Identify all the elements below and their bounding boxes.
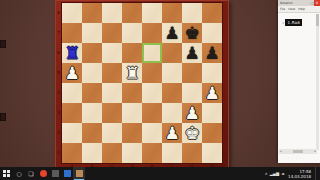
square-h2[interactable] bbox=[202, 123, 222, 143]
piece-black-king[interactable]: ♚ bbox=[182, 23, 202, 43]
square-a6[interactable]: ♜ bbox=[62, 43, 82, 63]
rank-label-3: 3 bbox=[55, 103, 62, 123]
square-b3[interactable] bbox=[82, 103, 102, 123]
tray-icon-1[interactable]: ▂▄▆ bbox=[270, 167, 279, 180]
square-c3[interactable] bbox=[102, 103, 122, 123]
rank-label-2: 2 bbox=[55, 123, 62, 143]
square-g2[interactable]: ♚ bbox=[182, 123, 202, 143]
app-dark-icon bbox=[52, 170, 59, 177]
square-g7[interactable]: ♚ bbox=[182, 23, 202, 43]
rank-label-8: 8 bbox=[55, 3, 62, 23]
piece-white-rook[interactable]: ♜ bbox=[122, 63, 142, 83]
taskbar: ○❏ ∧▂▄▆◄ 17:58 14.03.2018 bbox=[0, 167, 320, 180]
square-d3[interactable] bbox=[122, 103, 142, 123]
square-f2[interactable]: ♟ bbox=[162, 123, 182, 143]
current-move-badge[interactable]: 1.Ra6 bbox=[285, 19, 302, 26]
taskbar-app-task-view[interactable]: ❏ bbox=[25, 167, 37, 180]
task-view-icon: ❏ bbox=[28, 167, 33, 180]
square-h3[interactable] bbox=[202, 103, 222, 123]
square-a4[interactable] bbox=[62, 83, 82, 103]
square-b2[interactable] bbox=[82, 123, 102, 143]
taskbar-clock[interactable]: 17:58 14.03.2018 bbox=[286, 169, 313, 179]
square-g6[interactable]: ♟ bbox=[182, 43, 202, 63]
taskbar-app-app-blue[interactable] bbox=[61, 167, 73, 180]
taskbar-app-browser-red[interactable] bbox=[37, 167, 49, 180]
piece-black-pawn[interactable]: ♟ bbox=[162, 23, 182, 43]
square-d6[interactable] bbox=[122, 43, 142, 63]
piece-white-pawn[interactable]: ♟ bbox=[202, 83, 222, 103]
taskbar-app-chess-app[interactable] bbox=[73, 167, 85, 180]
rank-label-4: 4 bbox=[55, 83, 62, 103]
rank-label-1: 1 bbox=[55, 143, 62, 163]
browser-red-icon bbox=[40, 170, 47, 177]
chess-app-icon bbox=[76, 170, 83, 177]
menu-item-help[interactable]: Help bbox=[298, 7, 305, 11]
scroll-left-icon[interactable]: ◂ bbox=[279, 149, 283, 154]
square-d2[interactable] bbox=[122, 123, 142, 143]
square-c6[interactable] bbox=[102, 43, 122, 63]
system-tray: ∧▂▄▆◄ 17:58 14.03.2018 bbox=[265, 167, 320, 180]
square-d1[interactable] bbox=[122, 143, 142, 163]
square-b1[interactable] bbox=[82, 143, 102, 163]
square-e6[interactable] bbox=[142, 43, 162, 63]
square-e8[interactable] bbox=[142, 3, 162, 23]
show-desktop-button[interactable] bbox=[315, 167, 318, 180]
desktop-icon[interactable] bbox=[0, 40, 6, 48]
square-a2[interactable] bbox=[62, 123, 82, 143]
square-g3[interactable]: ♟ bbox=[182, 103, 202, 123]
square-b7[interactable] bbox=[82, 23, 102, 43]
piece-black-pawn[interactable]: ♟ bbox=[202, 43, 222, 63]
square-b8[interactable] bbox=[82, 3, 102, 23]
taskbar-app-app-dark[interactable] bbox=[49, 167, 61, 180]
square-a1[interactable] bbox=[62, 143, 82, 163]
desktop-icon[interactable] bbox=[0, 113, 6, 121]
square-h1[interactable] bbox=[202, 143, 222, 163]
horizontal-scrollbar[interactable]: ◂ ▸ bbox=[279, 149, 317, 154]
vertical-scrollbar[interactable] bbox=[316, 14, 319, 150]
square-f5[interactable] bbox=[162, 63, 182, 83]
menu-item-view[interactable]: View bbox=[288, 7, 295, 11]
square-h6[interactable]: ♟ bbox=[202, 43, 222, 63]
notation-panel: Notation – ▢ × FileViewHelp » 1.Ra6 ◂ ▸ … bbox=[278, 0, 320, 163]
chess-board: ♟♚♜♟♟♟♜♟♟♟♚ abcdefgh 87654321 bbox=[55, 0, 229, 169]
square-b4[interactable] bbox=[82, 83, 102, 103]
square-g5[interactable] bbox=[182, 63, 202, 83]
square-c5[interactable] bbox=[102, 63, 122, 83]
square-h8[interactable] bbox=[202, 3, 222, 23]
square-f4[interactable] bbox=[162, 83, 182, 103]
rank-label-5: 5 bbox=[55, 63, 62, 83]
panel-menubar: FileViewHelp bbox=[278, 6, 320, 13]
scroll-right-icon[interactable]: ▸ bbox=[313, 149, 317, 154]
square-e3[interactable] bbox=[142, 103, 162, 123]
search-icon: ○ bbox=[16, 167, 21, 180]
square-f8[interactable] bbox=[162, 3, 182, 23]
rank-labels: 87654321 bbox=[55, 3, 62, 163]
app-blue-icon bbox=[64, 170, 71, 177]
square-a8[interactable] bbox=[62, 3, 82, 23]
square-a3[interactable] bbox=[62, 103, 82, 123]
panel-footer: · · · · · · · bbox=[280, 155, 318, 161]
piece-white-pawn[interactable]: ♟ bbox=[62, 63, 82, 83]
square-f6[interactable] bbox=[162, 43, 182, 63]
square-e2[interactable] bbox=[142, 123, 162, 143]
square-d4[interactable] bbox=[122, 83, 142, 103]
square-e5[interactable] bbox=[142, 63, 162, 83]
square-c2[interactable] bbox=[102, 123, 122, 143]
square-d7[interactable] bbox=[122, 23, 142, 43]
square-c1[interactable] bbox=[102, 143, 122, 163]
square-d8[interactable] bbox=[122, 3, 142, 23]
clock-date: 14.03.2018 bbox=[288, 174, 311, 179]
taskbar-app-search[interactable]: ○ bbox=[13, 167, 25, 180]
square-g4[interactable] bbox=[182, 83, 202, 103]
square-g1[interactable] bbox=[182, 143, 202, 163]
panel-title: Notation bbox=[280, 1, 293, 5]
start-button[interactable] bbox=[0, 167, 13, 180]
square-f7[interactable]: ♟ bbox=[162, 23, 182, 43]
square-h7[interactable] bbox=[202, 23, 222, 43]
square-e7[interactable] bbox=[142, 23, 162, 43]
square-h5[interactable] bbox=[202, 63, 222, 83]
rank-label-6: 6 bbox=[55, 43, 62, 63]
square-b5[interactable] bbox=[82, 63, 102, 83]
square-c8[interactable] bbox=[102, 3, 122, 23]
move-marker: » bbox=[282, 20, 284, 25]
square-a7[interactable] bbox=[62, 23, 82, 43]
desktop: ♟♚♜♟♟♟♜♟♟♟♚ abcdefgh 87654321 Notation –… bbox=[0, 0, 320, 180]
board-squares: ♟♚♜♟♟♟♜♟♟♟♚ bbox=[62, 3, 222, 163]
piece-white-king[interactable]: ♚ bbox=[182, 123, 202, 143]
square-c7[interactable] bbox=[102, 23, 122, 43]
tray-icon-0[interactable]: ∧ bbox=[265, 167, 268, 180]
piece-white-pawn[interactable]: ♟ bbox=[182, 103, 202, 123]
square-c4[interactable] bbox=[102, 83, 122, 103]
square-h4[interactable]: ♟ bbox=[202, 83, 222, 103]
square-a5[interactable]: ♟ bbox=[62, 63, 82, 83]
square-g8[interactable] bbox=[182, 3, 202, 23]
piece-white-pawn[interactable]: ♟ bbox=[162, 123, 182, 143]
windows-logo-icon bbox=[3, 170, 10, 177]
square-e4[interactable] bbox=[142, 83, 162, 103]
tray-icon-2[interactable]: ◄ bbox=[281, 167, 284, 180]
rank-label-7: 7 bbox=[55, 23, 62, 43]
square-f3[interactable] bbox=[162, 103, 182, 123]
piece-black-rook[interactable]: ♜ bbox=[62, 43, 82, 63]
square-e1[interactable] bbox=[142, 143, 162, 163]
square-d5[interactable]: ♜ bbox=[122, 63, 142, 83]
scrollbar-thumb[interactable] bbox=[293, 150, 303, 153]
square-b6[interactable] bbox=[82, 43, 102, 63]
menu-item-file[interactable]: File bbox=[280, 7, 285, 11]
piece-black-pawn[interactable]: ♟ bbox=[182, 43, 202, 63]
square-f1[interactable] bbox=[162, 143, 182, 163]
